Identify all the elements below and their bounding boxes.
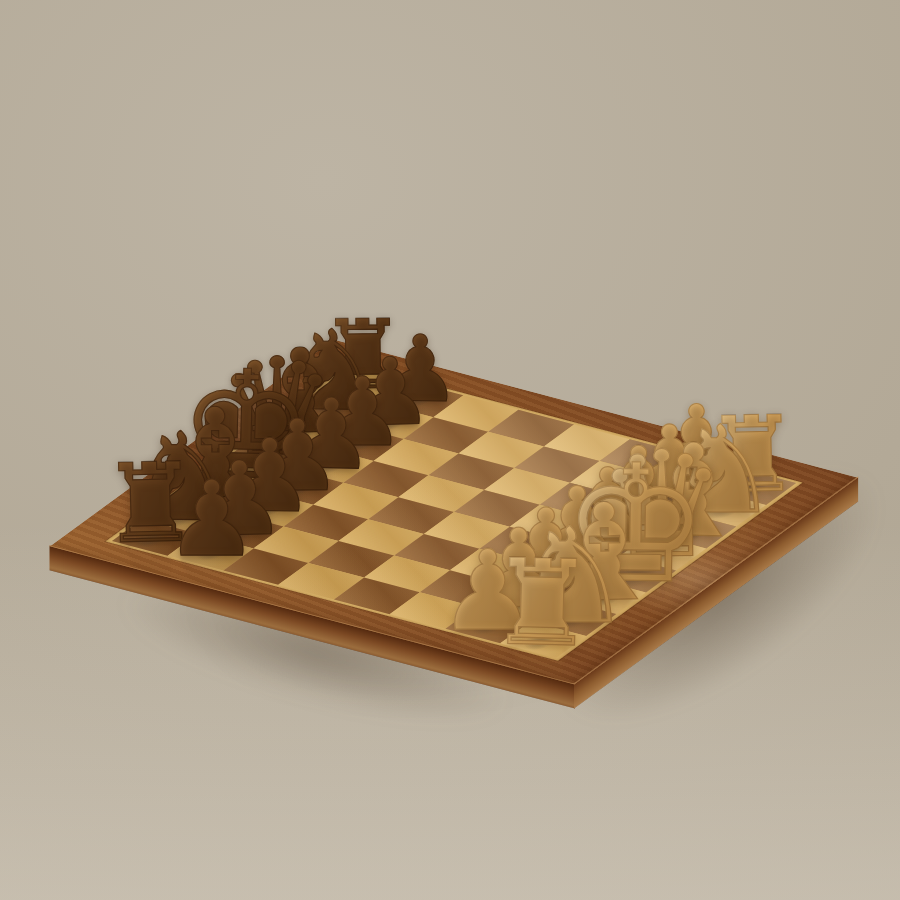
- black-pawn-glyph: ♟: [116, 479, 308, 560]
- scene: ♜♜♞♞♝♝♚♚♛♛♝♝♞♞♜♜♟♟♟♟♟♟♟♟♟♟♟♟♟♟♟♟♟♟♟♟♟♟♟♟…: [0, 0, 900, 900]
- board-inlay-border: ♜♜♞♞♝♝♚♚♛♛♝♝♞♞♜♜♟♟♟♟♟♟♟♟♟♟♟♟♟♟♟♟♟♟♟♟♟♟♟♟…: [105, 363, 802, 661]
- square-h1: ♜♜: [500, 621, 586, 657]
- chess-board: ♜♜♞♞♝♝♚♚♛♛♝♝♞♞♜♜♟♟♟♟♟♟♟♟♟♟♟♟♟♟♟♟♟♟♟♟♟♟♟♟…: [112, 366, 796, 658]
- white-rook-glyph: ♜: [438, 555, 645, 652]
- white-rook: ♜♜: [498, 622, 584, 658]
